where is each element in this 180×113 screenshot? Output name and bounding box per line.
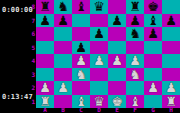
- square-d6[interactable]: ♟: [90, 27, 108, 41]
- square-a3[interactable]: [36, 68, 54, 82]
- square-h8[interactable]: [162, 0, 180, 14]
- square-b2[interactable]: ♟: [54, 81, 72, 95]
- square-h5[interactable]: [162, 41, 180, 55]
- square-a4[interactable]: [36, 54, 54, 68]
- square-d5[interactable]: [90, 41, 108, 55]
- rank-label-5: 5: [24, 41, 35, 55]
- rank-label-6: 6: [24, 27, 35, 41]
- black-knight-piece[interactable]: ♞: [129, 27, 141, 40]
- square-c3[interactable]: ♞: [72, 68, 90, 82]
- square-a8[interactable]: ♜: [36, 0, 54, 14]
- square-b7[interactable]: ♟: [54, 14, 72, 28]
- square-a7[interactable]: ♟: [36, 14, 54, 28]
- file-label-h: H: [162, 106, 180, 113]
- square-e7[interactable]: ♟: [108, 14, 126, 28]
- square-d3[interactable]: [90, 68, 108, 82]
- square-b3[interactable]: [54, 68, 72, 82]
- square-f8[interactable]: ♜: [126, 0, 144, 14]
- square-g7[interactable]: ♝: [144, 14, 162, 28]
- square-f6[interactable]: ♞: [126, 27, 144, 41]
- chess-game-screen: 0:00:00 0:13:47 87654321 ♜♞♝♛♜♚♟♟♟♟♝♟♟♞♟…: [0, 0, 180, 113]
- square-f5[interactable]: [126, 41, 144, 55]
- black-pawn-piece[interactable]: ♟: [93, 27, 105, 40]
- square-g6[interactable]: ♟: [144, 27, 162, 41]
- square-c2[interactable]: [72, 81, 90, 95]
- black-king-piece[interactable]: ♚: [147, 0, 159, 13]
- white-pawn-piece[interactable]: ♟: [147, 81, 159, 94]
- square-f7[interactable]: ♟: [126, 14, 144, 28]
- black-pawn-piece[interactable]: ♟: [165, 14, 177, 27]
- square-d4[interactable]: ♟: [90, 54, 108, 68]
- file-labels-row: ABCDEFGH: [36, 106, 180, 113]
- square-g2[interactable]: ♟: [144, 81, 162, 95]
- white-pawn-piece[interactable]: ♟: [75, 54, 87, 67]
- black-queen-piece[interactable]: ♛: [93, 0, 105, 13]
- square-h6[interactable]: [162, 27, 180, 41]
- square-c4[interactable]: ♟: [72, 54, 90, 68]
- square-d2[interactable]: [90, 81, 108, 95]
- white-pawn-piece[interactable]: ♟: [93, 54, 105, 67]
- white-pawn-piece[interactable]: ♟: [129, 54, 141, 67]
- white-pawn-piece[interactable]: ♟: [165, 81, 177, 94]
- rank-labels-column: 87654321: [24, 0, 35, 108]
- square-e2[interactable]: [108, 81, 126, 95]
- square-c6[interactable]: [72, 27, 90, 41]
- rank-label-7: 7: [24, 14, 35, 28]
- square-h4[interactable]: [162, 54, 180, 68]
- square-d7[interactable]: [90, 14, 108, 28]
- file-label-a: A: [36, 106, 54, 113]
- square-b4[interactable]: [54, 54, 72, 68]
- chess-board: ♜♞♝♛♜♚♟♟♟♟♝♟♟♞♟♟♟♟♟♟♞♞♟♟♟♟♜♝♛♚♝♜: [36, 0, 180, 108]
- square-g8[interactable]: ♚: [144, 0, 162, 14]
- rank-label-4: 4: [24, 54, 35, 68]
- black-knight-piece[interactable]: ♞: [57, 0, 69, 13]
- square-g5[interactable]: [144, 41, 162, 55]
- file-label-e: E: [108, 106, 126, 113]
- white-pawn-piece[interactable]: ♟: [39, 81, 51, 94]
- black-pawn-piece[interactable]: ♟: [75, 41, 87, 54]
- rank-label-3: 3: [24, 68, 35, 82]
- square-b8[interactable]: ♞: [54, 0, 72, 14]
- black-bishop-piece[interactable]: ♝: [147, 14, 159, 27]
- black-pawn-piece[interactable]: ♟: [147, 27, 159, 40]
- white-knight-piece[interactable]: ♞: [129, 68, 141, 81]
- square-c7[interactable]: [72, 14, 90, 28]
- file-label-d: D: [90, 106, 108, 113]
- file-label-b: B: [54, 106, 72, 113]
- square-c8[interactable]: ♝: [72, 0, 90, 14]
- black-rook-piece[interactable]: ♜: [129, 0, 141, 13]
- square-a2[interactable]: ♟: [36, 81, 54, 95]
- rank-label-1: 1: [24, 95, 35, 109]
- file-label-g: G: [144, 106, 162, 113]
- black-pawn-piece[interactable]: ♟: [57, 14, 69, 27]
- square-e4[interactable]: ♟: [108, 54, 126, 68]
- black-rook-piece[interactable]: ♜: [39, 0, 51, 13]
- black-pawn-piece[interactable]: ♟: [39, 14, 51, 27]
- square-f3[interactable]: ♞: [126, 68, 144, 82]
- white-pawn-piece[interactable]: ♟: [57, 81, 69, 94]
- square-e8[interactable]: [108, 0, 126, 14]
- square-c5[interactable]: ♟: [72, 41, 90, 55]
- square-h7[interactable]: ♟: [162, 14, 180, 28]
- square-g4[interactable]: [144, 54, 162, 68]
- file-label-f: F: [126, 106, 144, 113]
- square-a6[interactable]: [36, 27, 54, 41]
- black-bishop-piece[interactable]: ♝: [75, 0, 87, 13]
- white-pawn-piece[interactable]: ♟: [111, 54, 123, 67]
- rank-label-8: 8: [24, 0, 35, 14]
- square-f2[interactable]: [126, 81, 144, 95]
- file-label-c: C: [72, 106, 90, 113]
- square-e3[interactable]: [108, 68, 126, 82]
- black-pawn-piece[interactable]: ♟: [129, 14, 141, 27]
- square-h2[interactable]: ♟: [162, 81, 180, 95]
- square-d8[interactable]: ♛: [90, 0, 108, 14]
- square-e5[interactable]: [108, 41, 126, 55]
- square-a5[interactable]: [36, 41, 54, 55]
- square-g3[interactable]: [144, 68, 162, 82]
- black-pawn-piece[interactable]: ♟: [111, 14, 123, 27]
- square-b5[interactable]: [54, 41, 72, 55]
- square-f4[interactable]: ♟: [126, 54, 144, 68]
- square-e6[interactable]: [108, 27, 126, 41]
- square-h3[interactable]: [162, 68, 180, 82]
- square-b6[interactable]: [54, 27, 72, 41]
- white-knight-piece[interactable]: ♞: [75, 68, 87, 81]
- rank-label-2: 2: [24, 81, 35, 95]
